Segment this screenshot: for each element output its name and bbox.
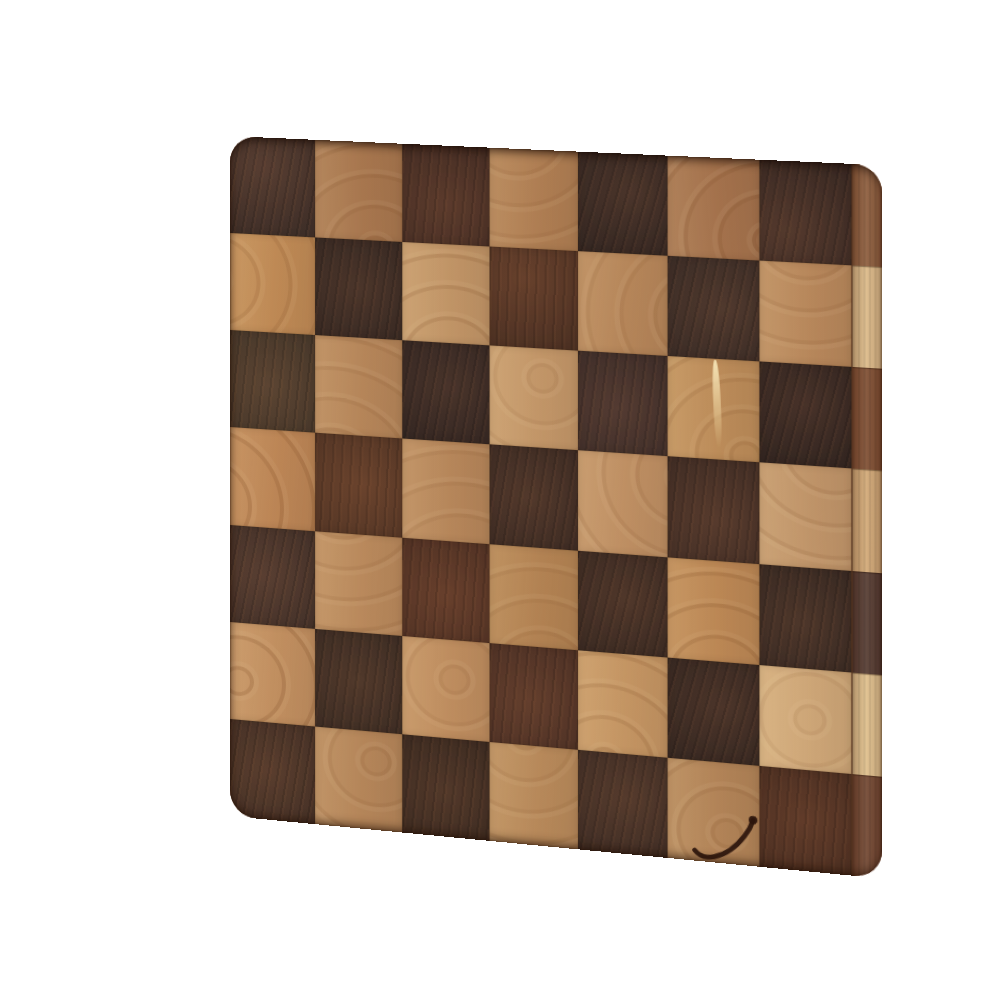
board-face: [230, 136, 851, 876]
board-cell-dark: [668, 256, 759, 362]
board-cell-dark: [759, 362, 851, 469]
board-cell-light: [315, 335, 401, 439]
board-cell-dark: [578, 750, 668, 858]
board-cell-dark: [759, 766, 851, 876]
board-cell-dark: [578, 351, 668, 457]
board-cell-light: [230, 622, 315, 727]
board-cell-light: [315, 531, 401, 636]
board-cell-light: [489, 544, 578, 650]
product-photo-background: [0, 0, 1000, 1000]
board-cell-dark: [402, 340, 490, 444]
board-cell-dark: [578, 152, 668, 256]
board-cell-light: [489, 742, 578, 850]
board-cell-light: [578, 451, 668, 557]
board-cell-light: [402, 439, 490, 544]
crack-mark: [690, 804, 763, 871]
board-cell-dark: [402, 734, 490, 841]
board-cell-light: [578, 251, 668, 356]
board-cell-light: [759, 261, 851, 367]
board-cell-dark: [489, 445, 578, 551]
board-cell-dark: [668, 657, 759, 765]
board-cell-light: [759, 665, 851, 774]
board-cell-dark: [759, 564, 851, 672]
board-cell-dark: [668, 457, 759, 564]
board-cell-light: [402, 242, 490, 346]
board-cell-dark: [489, 643, 578, 750]
side-edge-block: [853, 164, 882, 267]
board-cell-light: [668, 156, 759, 261]
board-cell-dark: [230, 136, 315, 238]
board-cell-light: [230, 427, 315, 530]
board-cell-dark: [315, 629, 401, 734]
board-cell-light: [668, 758, 759, 867]
board-side-edge: [851, 164, 882, 879]
board-cell-dark: [759, 160, 851, 266]
board-cell-dark: [230, 525, 315, 629]
board-cell-light: [668, 356, 759, 462]
checkerboard: [230, 136, 882, 878]
side-edge-block: [853, 571, 882, 675]
board-cell-dark: [230, 719, 315, 824]
board-cell-light: [489, 148, 578, 252]
board-cell-light: [489, 346, 578, 451]
board-cell-dark: [315, 433, 401, 537]
board-cell-light: [230, 233, 315, 335]
board-cell-light: [315, 140, 401, 242]
board-cell-dark: [402, 537, 490, 643]
side-edge-block: [853, 266, 882, 369]
pale-scratch-mark: [711, 360, 722, 449]
board-cell-light: [402, 636, 490, 742]
board-cell-dark: [489, 247, 578, 351]
board-cell-dark: [578, 550, 668, 657]
side-edge-block: [853, 672, 882, 776]
board-cell-dark: [315, 238, 401, 341]
board-cell-dark: [230, 330, 315, 433]
board-cell-light: [315, 726, 401, 832]
board-cell-dark: [402, 144, 490, 247]
board-cell-light: [759, 463, 851, 571]
side-edge-block: [853, 469, 882, 573]
side-edge-block: [853, 367, 882, 471]
side-edge-block: [853, 774, 882, 879]
board-cell-light: [668, 557, 759, 665]
board-cell-light: [578, 650, 668, 758]
